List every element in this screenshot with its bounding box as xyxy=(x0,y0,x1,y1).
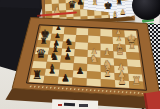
black-piece: ♜ xyxy=(32,69,42,81)
black-piece: ♛ xyxy=(35,48,46,60)
black-piece: ♝ xyxy=(47,63,58,75)
white-piece: ♝ xyxy=(103,46,112,56)
black-piece: ♜ xyxy=(40,37,48,46)
white-piece: ♞ xyxy=(89,52,98,62)
black-piece: ♟ xyxy=(64,53,71,61)
white-piece: ♝ xyxy=(102,66,113,78)
black-piece: ♟ xyxy=(61,73,70,83)
pen-cap xyxy=(58,104,62,106)
white-piece: ♜ xyxy=(128,42,136,51)
black-piece: ♞ xyxy=(50,50,59,60)
tournament-photo: ♟♛♟♝♚♜♝♟ ♜♛♜♚♝♞♝♟♟♟♟♟♟♞♟♞♟♝♞♝♟♟♟♛♟♟♟♜♜♚ xyxy=(0,0,160,109)
white-piece: ♟ xyxy=(118,76,127,86)
red-bag xyxy=(144,91,160,109)
white-piece: ♜ xyxy=(131,76,141,88)
black-piece: ♟ xyxy=(76,67,84,76)
pen xyxy=(79,104,88,107)
main-board-pieces-layer: ♜♛♜♚♝♞♝♟♟♟♟♟♟♞♟♞♟♝♞♝♟♟♟♛♟♟♟♜♜♚ xyxy=(0,0,160,109)
white-piece: ♛ xyxy=(115,46,125,57)
pen xyxy=(64,103,75,106)
